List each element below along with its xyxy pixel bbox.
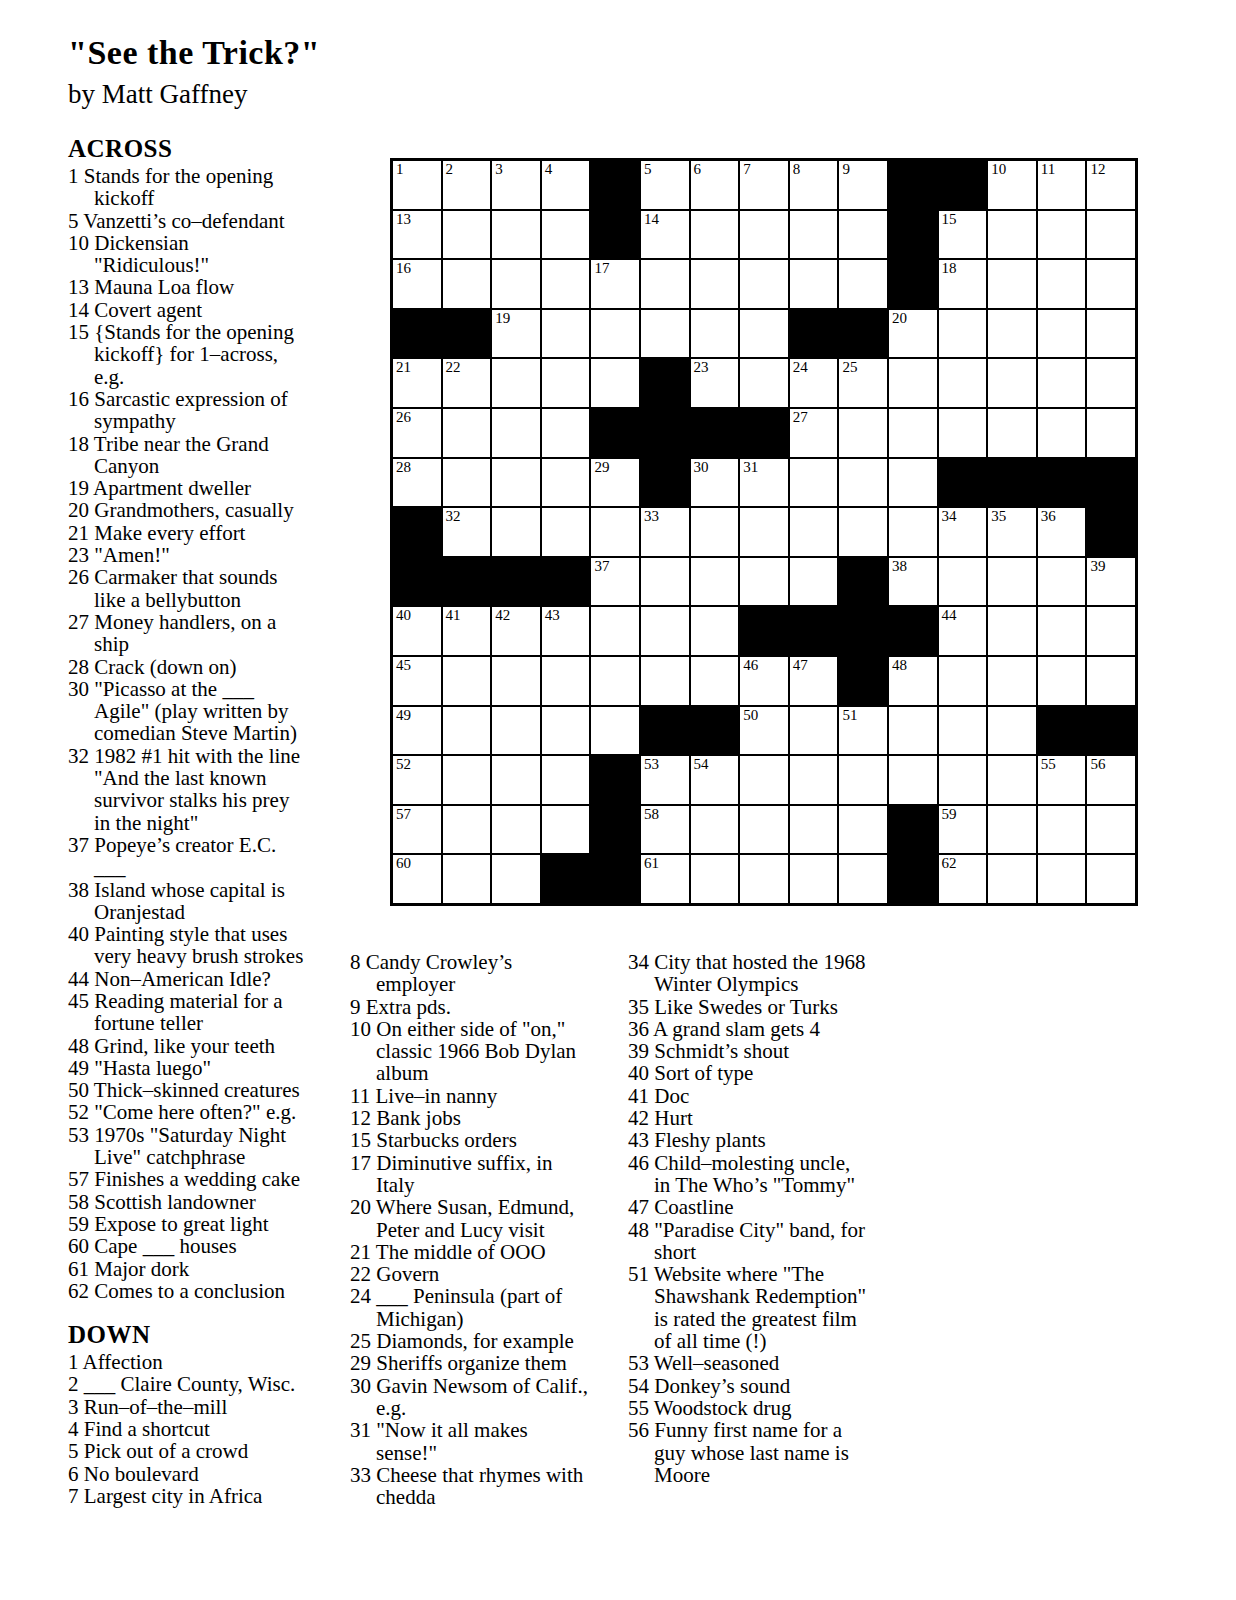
cell-r7c8[interactable]: 31 <box>739 458 789 508</box>
cell-r11c8[interactable]: 46 <box>739 656 789 706</box>
cell-r2c14[interactable] <box>1037 210 1087 260</box>
cell-r5c10[interactable]: 25 <box>838 358 888 408</box>
cell-number-58: 58 <box>644 806 659 823</box>
across-clue-62: 62 Comes to a conclusion <box>68 1280 368 1302</box>
cell-r14c15[interactable] <box>1086 805 1136 855</box>
down-clue-42: 42 Hurt <box>628 1107 920 1129</box>
black-cell-r4c9 <box>789 309 839 359</box>
cell-r14c7[interactable] <box>690 805 740 855</box>
cell-r15c2[interactable] <box>442 854 492 904</box>
cell-r7c5[interactable]: 29 <box>590 458 640 508</box>
cell-number-54: 54 <box>694 756 709 773</box>
cell-r2c12[interactable]: 15 <box>938 210 988 260</box>
cell-r8c11[interactable] <box>888 507 938 557</box>
cell-r7c3[interactable] <box>491 458 541 508</box>
cell-r3c5[interactable]: 17 <box>590 259 640 309</box>
cell-r11c11[interactable]: 48 <box>888 656 938 706</box>
cell-r5c9[interactable]: 24 <box>789 358 839 408</box>
black-cell-r12c7 <box>690 706 740 756</box>
cell-r9c11[interactable]: 38 <box>888 557 938 607</box>
cell-r15c13[interactable] <box>987 854 1037 904</box>
cell-number-26: 26 <box>396 409 411 426</box>
black-cell-r15c5 <box>590 854 640 904</box>
cell-r12c3[interactable] <box>491 706 541 756</box>
black-cell-r8c15 <box>1086 507 1136 557</box>
cell-r4c14[interactable] <box>1037 309 1087 359</box>
cell-r13c1[interactable]: 52 <box>392 755 442 805</box>
cell-number-15: 15 <box>942 211 957 228</box>
cell-r11c5[interactable] <box>590 656 640 706</box>
down-clue-33: 33 Cheese that rhymes with chedda <box>350 1464 622 1509</box>
across-clue-27: 27 Money handlers, on a ship <box>68 611 368 656</box>
cell-r15c15[interactable] <box>1086 854 1136 904</box>
cell-r11c14[interactable] <box>1037 656 1087 706</box>
down-clue-21: 21 The middle of OOO <box>350 1241 622 1263</box>
cell-r4c11[interactable]: 20 <box>888 309 938 359</box>
cell-r11c1[interactable]: 45 <box>392 656 442 706</box>
cell-r3c4[interactable] <box>541 259 591 309</box>
down-clue-10: 10 On either side of "on," classic 1966 … <box>350 1018 622 1085</box>
cell-r14c8[interactable] <box>739 805 789 855</box>
black-cell-r2c11 <box>888 210 938 260</box>
cell-number-55: 55 <box>1041 756 1056 773</box>
cell-r11c13[interactable] <box>987 656 1037 706</box>
cell-r1c6[interactable]: 5 <box>640 160 690 210</box>
down-clue-4: 4 Find a shortcut <box>68 1418 368 1440</box>
cell-r1c4[interactable]: 4 <box>541 160 591 210</box>
cell-number-44: 44 <box>942 607 957 624</box>
cell-r7c4[interactable] <box>541 458 591 508</box>
cell-r10c1[interactable]: 40 <box>392 606 442 656</box>
cell-r15c6[interactable]: 61 <box>640 854 690 904</box>
across-clue-49: 49 "Hasta luego" <box>68 1057 368 1079</box>
cell-r9c6[interactable] <box>640 557 690 607</box>
cell-r8c4[interactable] <box>541 507 591 557</box>
across-clue-19: 19 Apartment dweller <box>68 477 368 499</box>
cell-r5c7[interactable]: 23 <box>690 358 740 408</box>
cell-r12c11[interactable] <box>888 706 938 756</box>
cell-r11c2[interactable] <box>442 656 492 706</box>
cell-r5c5[interactable] <box>590 358 640 408</box>
cell-r12c5[interactable] <box>590 706 640 756</box>
cell-r14c14[interactable] <box>1037 805 1087 855</box>
cell-r9c13[interactable] <box>987 557 1037 607</box>
cell-r14c9[interactable] <box>789 805 839 855</box>
cell-r1c3[interactable]: 3 <box>491 160 541 210</box>
cell-r11c9[interactable]: 47 <box>789 656 839 706</box>
cell-r1c1[interactable]: 1 <box>392 160 442 210</box>
cell-r7c10[interactable] <box>838 458 888 508</box>
down-clue-48: 48 "Paradise City" band, for short <box>628 1219 920 1264</box>
cell-r5c8[interactable] <box>739 358 789 408</box>
across-clue-28: 28 Crack (down on) <box>68 656 368 678</box>
cell-r12c4[interactable] <box>541 706 591 756</box>
cell-r2c3[interactable] <box>491 210 541 260</box>
cell-r14c6[interactable]: 58 <box>640 805 690 855</box>
black-cell-r9c1 <box>392 557 442 607</box>
cell-r3c2[interactable] <box>442 259 492 309</box>
cell-r10c7[interactable] <box>690 606 740 656</box>
cell-number-31: 31 <box>743 459 758 476</box>
cell-r5c1[interactable]: 21 <box>392 358 442 408</box>
cell-r15c1[interactable]: 60 <box>392 854 442 904</box>
across-clue-53: 53 1970s "Saturday Night Live" catchphra… <box>68 1124 368 1169</box>
cell-r6c13[interactable] <box>987 408 1037 458</box>
down-clue-47: 47 Coastline <box>628 1196 920 1218</box>
cell-r2c15[interactable] <box>1086 210 1136 260</box>
cell-r4c8[interactable] <box>739 309 789 359</box>
down-clue-1: 1 Affection <box>68 1351 368 1373</box>
cell-r3c1[interactable]: 16 <box>392 259 442 309</box>
black-cell-r9c3 <box>491 557 541 607</box>
cell-number-30: 30 <box>694 459 709 476</box>
cell-r8c6[interactable]: 33 <box>640 507 690 557</box>
black-cell-r7c6 <box>640 458 690 508</box>
cell-r1c8[interactable]: 7 <box>739 160 789 210</box>
cell-number-28: 28 <box>396 459 411 476</box>
cell-r8c14[interactable]: 36 <box>1037 507 1087 557</box>
cell-r4c6[interactable] <box>640 309 690 359</box>
across-clue-52: 52 "Come here often?" e.g. <box>68 1101 368 1123</box>
cell-r9c9[interactable] <box>789 557 839 607</box>
down-clue-list-1: 1 Affection2 ___ Claire County, Wisc.3 R… <box>68 1351 368 1507</box>
cell-number-11: 11 <box>1041 161 1055 178</box>
cell-number-25: 25 <box>842 359 857 376</box>
cell-r6c15[interactable] <box>1086 408 1136 458</box>
cell-r13c8[interactable] <box>739 755 789 805</box>
cell-r14c1[interactable]: 57 <box>392 805 442 855</box>
cell-r14c4[interactable] <box>541 805 591 855</box>
cell-r6c12[interactable] <box>938 408 988 458</box>
across-clue-37: 37 Popeye’s creator E.C. ___ <box>68 834 368 879</box>
cell-r13c4[interactable] <box>541 755 591 805</box>
cell-r10c5[interactable] <box>590 606 640 656</box>
black-cell-r10c10 <box>838 606 888 656</box>
cell-r11c15[interactable] <box>1086 656 1136 706</box>
cell-r3c7[interactable] <box>690 259 740 309</box>
across-clue-10: 10 Dickensian "Ridiculous!" <box>68 232 368 277</box>
cell-r6c14[interactable] <box>1037 408 1087 458</box>
cell-r13c15[interactable]: 56 <box>1086 755 1136 805</box>
cell-r13c6[interactable]: 53 <box>640 755 690 805</box>
cell-r8c9[interactable] <box>789 507 839 557</box>
cell-r3c15[interactable] <box>1086 259 1136 309</box>
cell-r5c2[interactable]: 22 <box>442 358 492 408</box>
cell-r3c13[interactable] <box>987 259 1037 309</box>
cell-r12c1[interactable]: 49 <box>392 706 442 756</box>
cell-r12c12[interactable] <box>938 706 988 756</box>
cell-r8c12[interactable]: 34 <box>938 507 988 557</box>
down-clue-55: 55 Woodstock drug <box>628 1397 920 1419</box>
puzzle-title: "See the Trick?" <box>68 34 320 72</box>
across-clue-48: 48 Grind, like your teeth <box>68 1035 368 1057</box>
black-cell-r1c11 <box>888 160 938 210</box>
cell-number-43: 43 <box>545 607 560 624</box>
cell-number-39: 39 <box>1090 558 1105 575</box>
clue-column-right: 34 City that hosted the 1968 Winter Olym… <box>628 951 920 1486</box>
cell-r13c14[interactable]: 55 <box>1037 755 1087 805</box>
cell-r1c7[interactable]: 6 <box>690 160 740 210</box>
cell-r15c8[interactable] <box>739 854 789 904</box>
down-clue-20: 20 Where Susan, Edmund, Peter and Lucy v… <box>350 1196 622 1241</box>
black-cell-r7c12 <box>938 458 988 508</box>
down-clue-list-3: 34 City that hosted the 1968 Winter Olym… <box>628 951 920 1486</box>
cell-number-38: 38 <box>892 558 907 575</box>
down-clue-list-2: 8 Candy Crowley’s employer9 Extra pds.10… <box>350 951 622 1508</box>
cell-r11c12[interactable] <box>938 656 988 706</box>
across-clue-16: 16 Sarcastic expression of sympathy <box>68 388 368 433</box>
down-clue-9: 9 Extra pds. <box>350 996 622 1018</box>
cell-r3c3[interactable] <box>491 259 541 309</box>
cell-r12c10[interactable]: 51 <box>838 706 888 756</box>
cell-r8c2[interactable]: 32 <box>442 507 492 557</box>
across-clue-60: 60 Cape ___ houses <box>68 1235 368 1257</box>
cell-r5c4[interactable] <box>541 358 591 408</box>
cell-r1c13[interactable]: 10 <box>987 160 1037 210</box>
black-cell-r4c10 <box>838 309 888 359</box>
cell-r6c11[interactable] <box>888 408 938 458</box>
cell-r1c2[interactable]: 2 <box>442 160 492 210</box>
cell-number-50: 50 <box>743 707 758 724</box>
cell-r6c1[interactable]: 26 <box>392 408 442 458</box>
cell-r8c3[interactable] <box>491 507 541 557</box>
black-cell-r3c11 <box>888 259 938 309</box>
cell-number-24: 24 <box>793 359 808 376</box>
cell-r12c9[interactable] <box>789 706 839 756</box>
cell-r1c9[interactable]: 8 <box>789 160 839 210</box>
cell-number-6: 6 <box>694 161 702 178</box>
cell-r12c8[interactable]: 50 <box>739 706 789 756</box>
black-cell-r6c5 <box>590 408 640 458</box>
cell-number-53: 53 <box>644 756 659 773</box>
black-cell-r13c5 <box>590 755 640 805</box>
cell-r10c12[interactable]: 44 <box>938 606 988 656</box>
cell-r13c3[interactable] <box>491 755 541 805</box>
cell-r10c2[interactable]: 41 <box>442 606 492 656</box>
cell-number-36: 36 <box>1041 508 1056 525</box>
down-clue-3: 3 Run–of–the–mill <box>68 1396 368 1418</box>
black-cell-r12c6 <box>640 706 690 756</box>
cell-number-2: 2 <box>446 161 454 178</box>
cell-r13c12[interactable] <box>938 755 988 805</box>
cell-r8c13[interactable]: 35 <box>987 507 1037 557</box>
cell-r9c12[interactable] <box>938 557 988 607</box>
down-clue-34: 34 City that hosted the 1968 Winter Olym… <box>628 951 920 996</box>
cell-r6c10[interactable] <box>838 408 888 458</box>
cell-r14c3[interactable] <box>491 805 541 855</box>
cell-number-56: 56 <box>1090 756 1105 773</box>
cell-r8c10[interactable] <box>838 507 888 557</box>
cell-r9c5[interactable]: 37 <box>590 557 640 607</box>
black-cell-r2c5 <box>590 210 640 260</box>
down-clue-2: 2 ___ Claire County, Wisc. <box>68 1373 368 1395</box>
cell-r15c9[interactable] <box>789 854 839 904</box>
black-cell-r8c1 <box>392 507 442 557</box>
cell-r5c13[interactable] <box>987 358 1037 408</box>
cell-r9c14[interactable] <box>1037 557 1087 607</box>
cell-r8c8[interactable] <box>739 507 789 557</box>
cell-r14c12[interactable]: 59 <box>938 805 988 855</box>
cell-r5c11[interactable] <box>888 358 938 408</box>
cell-r10c3[interactable]: 42 <box>491 606 541 656</box>
cell-number-35: 35 <box>991 508 1006 525</box>
down-clue-51: 51 Website where "The Shawshank Redempti… <box>628 1263 920 1352</box>
cell-r2c10[interactable] <box>838 210 888 260</box>
cell-number-7: 7 <box>743 161 751 178</box>
cell-number-45: 45 <box>396 657 411 674</box>
cell-r4c3[interactable]: 19 <box>491 309 541 359</box>
down-clue-54: 54 Donkey’s sound <box>628 1375 920 1397</box>
cell-r10c13[interactable] <box>987 606 1037 656</box>
down-clue-7: 7 Largest city in Africa <box>68 1485 368 1507</box>
across-clue-57: 57 Finishes a wedding cake <box>68 1168 368 1190</box>
cell-r11c3[interactable] <box>491 656 541 706</box>
cell-r13c9[interactable] <box>789 755 839 805</box>
cell-number-18: 18 <box>942 260 957 277</box>
cell-r15c7[interactable] <box>690 854 740 904</box>
cell-r4c13[interactable] <box>987 309 1037 359</box>
cell-r11c6[interactable] <box>640 656 690 706</box>
cell-r2c9[interactable] <box>789 210 839 260</box>
cell-number-14: 14 <box>644 211 659 228</box>
cell-r7c11[interactable] <box>888 458 938 508</box>
cell-r10c14[interactable] <box>1037 606 1087 656</box>
down-clue-17: 17 Diminutive suffix, in Italy <box>350 1152 622 1197</box>
cell-r2c1[interactable]: 13 <box>392 210 442 260</box>
black-cell-r14c11 <box>888 805 938 855</box>
cell-r3c6[interactable] <box>640 259 690 309</box>
cell-r2c13[interactable] <box>987 210 1037 260</box>
cell-r1c10[interactable]: 9 <box>838 160 888 210</box>
cell-r9c7[interactable] <box>690 557 740 607</box>
cell-r6c4[interactable] <box>541 408 591 458</box>
cell-r8c5[interactable] <box>590 507 640 557</box>
down-clue-39: 39 Schmidt’s shout <box>628 1040 920 1062</box>
black-cell-r7c15 <box>1086 458 1136 508</box>
cell-r10c4[interactable]: 43 <box>541 606 591 656</box>
cell-r2c6[interactable]: 14 <box>640 210 690 260</box>
across-clue-18: 18 Tribe near the Grand Canyon <box>68 433 368 478</box>
cell-r13c13[interactable] <box>987 755 1037 805</box>
down-clue-31: 31 "Now it all makes sense!" <box>350 1419 622 1464</box>
cell-r15c10[interactable] <box>838 854 888 904</box>
across-clue-32: 32 1982 #1 hit with the line "And the la… <box>68 745 368 834</box>
cell-r5c3[interactable] <box>491 358 541 408</box>
down-clue-25: 25 Diamonds, for example <box>350 1330 622 1352</box>
cell-r13c10[interactable] <box>838 755 888 805</box>
cell-r9c8[interactable] <box>739 557 789 607</box>
cell-r3c14[interactable] <box>1037 259 1087 309</box>
cell-number-42: 42 <box>495 607 510 624</box>
down-header: DOWN <box>68 1322 368 1348</box>
cell-number-29: 29 <box>594 459 609 476</box>
down-clue-43: 43 Fleshy plants <box>628 1129 920 1151</box>
black-cell-r12c14 <box>1037 706 1087 756</box>
cell-r2c4[interactable] <box>541 210 591 260</box>
cell-r15c14[interactable] <box>1037 854 1087 904</box>
black-cell-r6c6 <box>640 408 690 458</box>
cell-r5c12[interactable] <box>938 358 988 408</box>
cell-number-17: 17 <box>594 260 609 277</box>
cell-number-1: 1 <box>396 161 404 178</box>
cell-r2c2[interactable] <box>442 210 492 260</box>
down-clue-41: 41 Doc <box>628 1085 920 1107</box>
cell-r4c4[interactable] <box>541 309 591 359</box>
cell-r4c12[interactable] <box>938 309 988 359</box>
cell-number-23: 23 <box>694 359 709 376</box>
down-clue-53: 53 Well–seasoned <box>628 1352 920 1374</box>
cell-r4c7[interactable] <box>690 309 740 359</box>
cell-r13c2[interactable] <box>442 755 492 805</box>
black-cell-r12c15 <box>1086 706 1136 756</box>
cell-number-27: 27 <box>793 409 808 426</box>
cell-number-49: 49 <box>396 707 411 724</box>
cell-r10c6[interactable] <box>640 606 690 656</box>
cell-r8c7[interactable] <box>690 507 740 557</box>
cell-r11c7[interactable] <box>690 656 740 706</box>
cell-r12c13[interactable] <box>987 706 1037 756</box>
cell-r3c8[interactable] <box>739 259 789 309</box>
cell-r5c15[interactable] <box>1086 358 1136 408</box>
cell-r2c8[interactable] <box>739 210 789 260</box>
cell-number-40: 40 <box>396 607 411 624</box>
down-clue-8: 8 Candy Crowley’s employer <box>350 951 622 996</box>
across-clue-45: 45 Reading material for a fortune teller <box>68 990 368 1035</box>
black-cell-r7c13 <box>987 458 1037 508</box>
cell-r13c7[interactable]: 54 <box>690 755 740 805</box>
cell-r9c15[interactable]: 39 <box>1086 557 1136 607</box>
cell-r6c2[interactable] <box>442 408 492 458</box>
cell-r2c7[interactable] <box>690 210 740 260</box>
black-cell-r9c2 <box>442 557 492 607</box>
cell-number-57: 57 <box>396 806 411 823</box>
cell-r7c7[interactable]: 30 <box>690 458 740 508</box>
cell-r15c12[interactable]: 62 <box>938 854 988 904</box>
cell-number-60: 60 <box>396 855 411 872</box>
cell-r14c10[interactable] <box>838 805 888 855</box>
black-cell-r4c1 <box>392 309 442 359</box>
across-clue-50: 50 Thick–skinned creatures <box>68 1079 368 1101</box>
cell-r4c5[interactable] <box>590 309 640 359</box>
cell-r1c15[interactable]: 12 <box>1086 160 1136 210</box>
cell-r14c2[interactable] <box>442 805 492 855</box>
clue-column-middle: 8 Candy Crowley’s employer9 Extra pds.10… <box>350 951 622 1508</box>
cell-r7c2[interactable] <box>442 458 492 508</box>
cell-r1c14[interactable]: 11 <box>1037 160 1087 210</box>
cell-r5c14[interactable] <box>1037 358 1087 408</box>
cell-number-8: 8 <box>793 161 801 178</box>
cell-r13c11[interactable] <box>888 755 938 805</box>
cell-r11c4[interactable] <box>541 656 591 706</box>
cell-r15c3[interactable] <box>491 854 541 904</box>
cell-r12c2[interactable] <box>442 706 492 756</box>
cell-r3c9[interactable] <box>789 259 839 309</box>
cell-r6c3[interactable] <box>491 408 541 458</box>
cell-number-47: 47 <box>793 657 808 674</box>
cell-number-10: 10 <box>991 161 1006 178</box>
cell-r6c9[interactable]: 27 <box>789 408 839 458</box>
cell-r14c13[interactable] <box>987 805 1037 855</box>
black-cell-r15c11 <box>888 854 938 904</box>
cell-r3c12[interactable]: 18 <box>938 259 988 309</box>
cell-r10c15[interactable] <box>1086 606 1136 656</box>
black-cell-r10c9 <box>789 606 839 656</box>
cell-r7c9[interactable] <box>789 458 839 508</box>
black-cell-r1c5 <box>590 160 640 210</box>
cell-r7c1[interactable]: 28 <box>392 458 442 508</box>
cell-r3c10[interactable] <box>838 259 888 309</box>
cell-r4c15[interactable] <box>1086 309 1136 359</box>
